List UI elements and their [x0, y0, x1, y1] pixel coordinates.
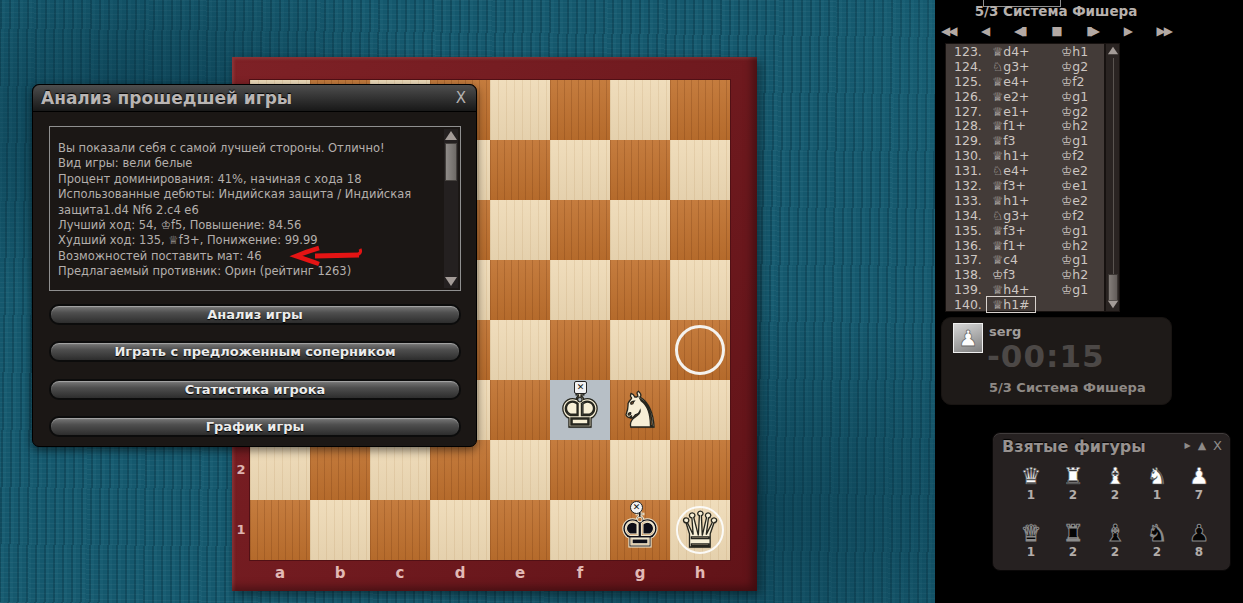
- move-number: 134.: [946, 208, 992, 223]
- captured-white-pawn: ♟7: [1178, 463, 1220, 507]
- captured-count: 1: [1010, 546, 1052, 559]
- close-icon[interactable]: X: [456, 89, 466, 107]
- scroll-thumb[interactable]: [445, 143, 457, 181]
- captured-white-bishop: ♝2: [1094, 463, 1136, 507]
- captured-count: 2: [1052, 546, 1094, 559]
- move-number: 126.: [946, 89, 992, 104]
- game-graph-button[interactable]: График игры: [49, 416, 461, 437]
- captured-black-rook: ♜2: [1052, 520, 1094, 564]
- black-move[interactable]: ♔e1: [1061, 178, 1104, 193]
- analysis-line-2: Вид игры: вели белые: [58, 156, 438, 171]
- captured-count: 2: [1052, 489, 1094, 502]
- black-move[interactable]: ♔f2: [1061, 74, 1104, 89]
- scroll-up-icon[interactable]: [445, 131, 457, 140]
- move-number: 139.: [946, 282, 992, 297]
- white-move[interactable]: ♕c4: [992, 252, 1061, 267]
- scroll-down-icon[interactable]: [445, 277, 457, 286]
- black-move[interactable]: ♔e2: [1061, 163, 1104, 178]
- expand-icon[interactable]: ▶: [1184, 439, 1190, 453]
- move-row-130[interactable]: 130.♕h1+♔f2: [946, 148, 1104, 163]
- move-row-123[interactable]: 123.♕d4+♔h1: [946, 44, 1104, 59]
- white-queen-icon: ♛: [1010, 463, 1052, 489]
- white-move[interactable]: ♘g3+: [992, 59, 1061, 74]
- player-name: serg: [989, 324, 1021, 339]
- analysis-line-7: Худший ход: 135, ♕f3+, Понижение: 99.99: [58, 233, 438, 248]
- move-row-126[interactable]: 126.♕e2+♔g1: [946, 89, 1104, 104]
- captured-white-row: ♛1♜2♝2♞1♟7: [1010, 463, 1222, 507]
- move-row-135[interactable]: 135.♕f3+♔g1: [946, 223, 1104, 238]
- white-move[interactable]: ♕f3+: [992, 178, 1061, 193]
- white-pawn-icon: ♟: [1178, 463, 1220, 489]
- analysis-line-9: Предлагаемый противник: Орин (рейтинг 12…: [58, 264, 438, 279]
- captured-count: 2: [1094, 489, 1136, 502]
- black-pawn-icon: ♟: [1178, 520, 1220, 546]
- black-move[interactable]: ♔h2: [1061, 267, 1104, 282]
- white-move[interactable]: ♕f3+: [992, 223, 1061, 238]
- dialog-titlebar[interactable]: Анализ прошедшей игры X: [33, 85, 476, 112]
- black-move[interactable]: ♔g1: [1061, 252, 1104, 267]
- file-label-f: f: [550, 560, 610, 588]
- move-number: 137.: [946, 252, 992, 267]
- white-move[interactable]: ♕e4+: [992, 74, 1061, 89]
- player-time: -00:15: [987, 338, 1105, 374]
- white-rook-icon: ♜: [1052, 463, 1094, 489]
- captured-black-row: ♛1♜2♝2♞2♟8: [1010, 520, 1222, 564]
- circle-annotation-h4: [675, 325, 725, 375]
- analysis-lines: Вы показали себя с самой лучшей стороны.…: [58, 141, 438, 280]
- white-queen-h1[interactable]: ♛: [670, 500, 730, 560]
- analysis-line-4: Использованные дебюты: Индийская защита …: [58, 187, 438, 202]
- white-move[interactable]: ♕f1+: [992, 238, 1061, 253]
- back-to-move-button[interactable]: ◀▮: [1014, 22, 1026, 40]
- step-forward-button[interactable]: ▶: [1124, 22, 1131, 40]
- attacked-king-icon: ✕: [574, 381, 587, 394]
- time-control-title: 5/3 Система Фишера: [940, 3, 1172, 19]
- captured-count: 7: [1178, 489, 1220, 502]
- move-list-scrollbar[interactable]: [1105, 43, 1120, 312]
- scroll-up-icon[interactable]: [1107, 47, 1117, 55]
- move-row-132[interactable]: 132.♕f3+♔e1: [946, 178, 1104, 193]
- move-row-128[interactable]: 128.♕f1+♔h2: [946, 118, 1104, 133]
- file-label-b: b: [310, 560, 370, 588]
- move-number: 129.: [946, 133, 992, 148]
- file-labels: abcdefgh: [250, 560, 730, 591]
- analysis-line-1: Вы показали себя с самой лучшей стороны.…: [58, 141, 438, 156]
- captured-panel-controls: ▶ ▲ X: [1184, 439, 1222, 453]
- play-suggested-opponent-button[interactable]: Играть с предложенным соперником: [49, 341, 461, 362]
- captured-black-queen: ♛1: [1010, 520, 1052, 564]
- move-row-138[interactable]: 138.♔f3♔h2: [946, 267, 1104, 282]
- move-number: 131.: [946, 163, 992, 178]
- pawn-icon: ♟: [953, 323, 983, 353]
- move-number: 138.: [946, 267, 992, 282]
- file-label-d: d: [430, 560, 490, 588]
- scroll-thumb[interactable]: [1108, 274, 1118, 301]
- black-move[interactable]: ♔f2: [1061, 148, 1104, 163]
- step-back-button[interactable]: ◀: [981, 22, 988, 40]
- captured-black-knight: ♞2: [1136, 520, 1178, 564]
- white-move[interactable]: ♕d4+: [992, 44, 1061, 59]
- move-row-136[interactable]: 136.♕f1+♔h2: [946, 238, 1104, 253]
- move-number: 123.: [946, 44, 992, 59]
- captured-count: 2: [1136, 546, 1178, 559]
- captured-white-rook: ♜2: [1052, 463, 1094, 507]
- black-move[interactable]: ♔g1: [1061, 133, 1104, 148]
- stop-button[interactable]: ■: [1051, 22, 1060, 40]
- captured-white-knight: ♞1: [1136, 463, 1178, 507]
- forward-to-move-button[interactable]: ▮▶: [1086, 22, 1098, 40]
- analysis-line-8: Возможностей поставить мат: 46: [58, 249, 438, 264]
- rank-label-1: 1: [232, 500, 250, 560]
- white-move[interactable]: ♕h4+: [992, 282, 1061, 297]
- move-number: 132.: [946, 178, 992, 193]
- move-number: 127.: [946, 104, 992, 119]
- move-number: 128.: [946, 118, 992, 133]
- white-move[interactable]: ♕h1#: [992, 297, 1061, 312]
- move-row-125[interactable]: 125.♕e4+♔f2: [946, 74, 1104, 89]
- analysis-line-3: Процент доминирования: 41%, начиная с хо…: [58, 172, 438, 187]
- black-move[interactable]: ♔g2: [1061, 59, 1104, 74]
- white-move[interactable]: ♕f1+: [992, 118, 1061, 133]
- move-row-140[interactable]: 140.♕h1#: [946, 297, 1104, 312]
- move-row-137[interactable]: 137.♕c4♔g1: [946, 252, 1104, 267]
- white-bishop-icon: ♝: [1094, 463, 1136, 489]
- white-knight-g3[interactable]: ♞: [610, 380, 670, 440]
- rank-label-2: 2: [232, 440, 250, 500]
- scroll-track-line: [1113, 58, 1114, 297]
- captured-black-bishop: ♝2: [1094, 520, 1136, 564]
- move-row-127[interactable]: 127.♕e1+♔g2: [946, 104, 1104, 119]
- black-move[interactable]: ♔h2: [1061, 238, 1104, 253]
- move-number: 130.: [946, 148, 992, 163]
- captured-black-pawn: ♟8: [1178, 520, 1220, 564]
- dialog-title: Анализ прошедшей игры: [41, 88, 292, 108]
- black-bishop-icon: ♝: [1094, 520, 1136, 546]
- move-number: 135.: [946, 223, 992, 238]
- white-knight-icon: ♞: [1136, 463, 1178, 489]
- black-move[interactable]: ♔h2: [1061, 118, 1104, 133]
- white-move[interactable]: ♔f3: [992, 267, 1061, 282]
- playback-controls: ◀◀◀◀▮■▮▶▶▶▶: [941, 22, 1171, 40]
- player-clock-panel: ♟ serg -00:15 5/3 Система Фишера: [941, 317, 1172, 405]
- file-label-g: g: [610, 560, 670, 588]
- analysis-line-6: Лучший ход: 54, ♔f5, Повышение: 84.56: [58, 218, 438, 233]
- collapse-icon[interactable]: ▲: [1198, 439, 1206, 453]
- captured-count: 1: [1010, 489, 1052, 502]
- scroll-down-icon[interactable]: [1108, 301, 1118, 309]
- app-background: 87654321 abcdefgh ♚✕♞♚✕♛ Анализ прошедше…: [0, 0, 1243, 603]
- white-move[interactable]: ♕e1+: [992, 104, 1061, 119]
- move-row-124[interactable]: 124.♘g3+♔g2: [946, 59, 1104, 74]
- black-rook-icon: ♜: [1052, 520, 1094, 546]
- jump-end-button[interactable]: ▶▶: [1157, 22, 1171, 40]
- move-number: 124.: [946, 59, 992, 74]
- black-queen-icon: ♛: [1010, 520, 1052, 546]
- right-panel-region: 5/3 Система Фишера ◀◀◀◀▮■▮▶▶▶▶ 123.♕d4+♔…: [935, 0, 1243, 603]
- move-number: 136.: [946, 238, 992, 253]
- time-control-label: 5/3 Система Фишера: [989, 380, 1146, 395]
- black-move[interactable]: ♔h1: [1061, 44, 1104, 59]
- analysis-textbox: Вы показали себя с самой лучшей стороны.…: [49, 126, 461, 291]
- white-move[interactable]: ♕f3: [992, 133, 1061, 148]
- dialog-scrollbar[interactable]: [444, 129, 458, 288]
- captured-white-queen: ♛1: [1010, 463, 1052, 507]
- file-label-c: c: [370, 560, 430, 588]
- attacked-king-icon: ✕: [630, 501, 643, 514]
- move-row-133[interactable]: 133.♕h1+♔e2: [946, 193, 1104, 208]
- black-move[interactable]: ♔g1: [1061, 223, 1104, 238]
- jump-start-button[interactable]: ◀◀: [941, 22, 955, 40]
- move-row-134[interactable]: 134.♘g3+♔f2: [946, 208, 1104, 223]
- move-number: 125.: [946, 74, 992, 89]
- analysis-line-5: защита1.d4 Nf6 2.c4 e6: [58, 203, 438, 218]
- move-list[interactable]: 123.♕d4+♔h1124.♘g3+♔g2125.♕e4+♔f2126.♕e2…: [945, 43, 1105, 312]
- analyze-game-button[interactable]: Анализ игры: [49, 304, 461, 325]
- black-knight-icon: ♞: [1136, 520, 1178, 546]
- white-move[interactable]: ♘g3+: [992, 208, 1061, 223]
- captured-count: 1: [1136, 489, 1178, 502]
- white-move[interactable]: ♕h1+: [992, 193, 1061, 208]
- captured-count: 2: [1094, 546, 1136, 559]
- file-label-e: e: [490, 560, 550, 588]
- captured-panel-title: Взятые фигуры: [1002, 437, 1146, 456]
- player-statistics-button[interactable]: Статистика игрока: [49, 379, 461, 400]
- move-row-129[interactable]: 129.♕f3♔g1: [946, 133, 1104, 148]
- move-number: 133.: [946, 193, 992, 208]
- white-move[interactable]: ♘e4+: [992, 163, 1061, 178]
- captured-count: 8: [1178, 546, 1220, 559]
- black-move[interactable]: ♔f2: [1061, 208, 1104, 223]
- move-row-131[interactable]: 131.♘e4+♔e2: [946, 163, 1104, 178]
- black-move[interactable]: ♔g1: [1061, 282, 1104, 297]
- white-move[interactable]: ♕h1+: [992, 148, 1061, 163]
- close-icon[interactable]: X: [1213, 439, 1222, 453]
- analysis-dialog: Анализ прошедшей игры X Вы показали себя…: [32, 84, 477, 447]
- black-move[interactable]: ♔e2: [1061, 193, 1104, 208]
- black-move[interactable]: ♔g1: [1061, 89, 1104, 104]
- white-move[interactable]: ♕e2+: [992, 89, 1061, 104]
- move-row-139[interactable]: 139.♕h4+♔g1: [946, 282, 1104, 297]
- file-label-a: a: [250, 560, 310, 588]
- black-move[interactable]: ♔g2: [1061, 104, 1104, 119]
- captured-pieces-panel: Взятые фигуры ▶ ▲ X ♛1♜2♝2♞1♟7 ♛1♜2♝2♞2♟…: [992, 432, 1231, 571]
- red-arrow-annotation: [283, 245, 367, 269]
- file-label-h: h: [670, 560, 730, 588]
